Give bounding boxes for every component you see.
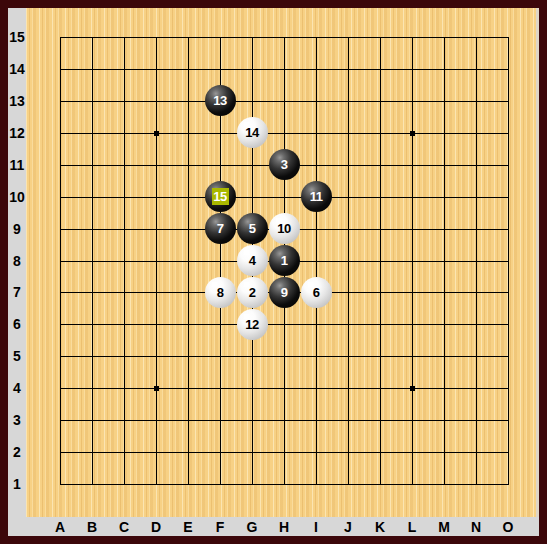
move-number: 11 <box>301 181 332 212</box>
stone-black-7: 7 <box>205 213 236 244</box>
stone-white-4: 4 <box>237 245 268 276</box>
stone-white-12: 12 <box>237 309 268 340</box>
column-label: B <box>83 519 101 535</box>
stone-black-5: 5 <box>237 213 268 244</box>
row-label: 8 <box>8 253 26 269</box>
row-label: 11 <box>8 157 26 173</box>
grid-line-vertical <box>412 37 413 485</box>
column-label: D <box>147 519 165 535</box>
stone-white-8: 8 <box>205 277 236 308</box>
row-label: 4 <box>8 380 26 396</box>
grid-line-vertical <box>380 37 381 485</box>
row-label: 10 <box>8 189 26 205</box>
grid-line-horizontal <box>60 484 509 485</box>
move-number: 9 <box>269 277 300 308</box>
move-number: 2 <box>237 277 268 308</box>
stone-black-3: 3 <box>269 149 300 180</box>
move-number: 6 <box>301 277 332 308</box>
stone-white-10: 10 <box>269 213 300 244</box>
column-label: H <box>275 519 293 535</box>
go-diagram: 151413121110987654321ABCDEFGHIJKLMNO 123… <box>0 0 547 544</box>
grid-line-vertical <box>348 37 349 485</box>
column-label: F <box>211 519 229 535</box>
move-number: 12 <box>237 309 268 340</box>
move-number: 13 <box>205 85 236 116</box>
stone-black-15: 15 <box>205 181 236 212</box>
board-edge-highlight <box>536 8 539 517</box>
row-label: 15 <box>8 29 26 45</box>
column-label: O <box>499 519 517 535</box>
grid-line-vertical <box>476 37 477 485</box>
stone-white-2: 2 <box>237 277 268 308</box>
grid-line-horizontal <box>60 452 509 453</box>
star-point <box>410 131 415 136</box>
row-label: 5 <box>8 348 26 364</box>
stone-black-1: 1 <box>269 245 300 276</box>
row-label: 6 <box>8 316 26 332</box>
grid-line-horizontal <box>60 324 509 325</box>
grid-line-vertical <box>444 37 445 485</box>
star-point <box>410 386 415 391</box>
row-label: 13 <box>8 93 26 109</box>
row-label: 9 <box>8 221 26 237</box>
stone-white-14: 14 <box>237 117 268 148</box>
row-label: 1 <box>8 476 26 492</box>
column-label: C <box>115 519 133 535</box>
column-label: K <box>371 519 389 535</box>
star-point <box>154 131 159 136</box>
stone-black-11: 11 <box>301 181 332 212</box>
move-number: 3 <box>269 149 300 180</box>
row-label: 12 <box>8 125 26 141</box>
column-label: A <box>51 519 69 535</box>
grid-line-horizontal <box>60 420 509 421</box>
stone-black-13: 13 <box>205 85 236 116</box>
column-label: M <box>435 519 453 535</box>
stone-white-6: 6 <box>301 277 332 308</box>
grid-line-horizontal <box>60 388 509 389</box>
column-label: J <box>339 519 357 535</box>
move-number: 1 <box>269 245 300 276</box>
row-label: 3 <box>8 412 26 428</box>
row-label: 2 <box>8 444 26 460</box>
column-label: N <box>467 519 485 535</box>
grid-line-horizontal <box>60 356 509 357</box>
move-number: 4 <box>237 245 268 276</box>
row-label: 7 <box>8 284 26 300</box>
move-number: 5 <box>237 213 268 244</box>
move-number: 8 <box>205 277 236 308</box>
row-label: 14 <box>8 61 26 77</box>
stone-black-9: 9 <box>269 277 300 308</box>
move-number: 7 <box>205 213 236 244</box>
column-label: G <box>243 519 261 535</box>
grid-line-vertical <box>508 37 509 485</box>
column-label: E <box>179 519 197 535</box>
column-label: L <box>403 519 421 535</box>
move-number: 10 <box>269 213 300 244</box>
column-label: I <box>307 519 325 535</box>
grid-line-vertical <box>316 37 317 485</box>
move-number: 15 <box>205 181 236 212</box>
move-number: 14 <box>237 117 268 148</box>
star-point <box>154 386 159 391</box>
